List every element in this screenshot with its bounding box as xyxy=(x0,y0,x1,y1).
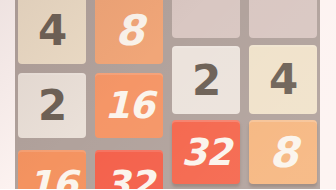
tile-value: 4 xyxy=(38,6,66,55)
board-2048[interactable]: 48216163224328 xyxy=(15,0,320,189)
tile-2: 2 xyxy=(18,73,86,138)
tile-8: 8 xyxy=(249,120,317,184)
tile-value: 2 xyxy=(192,56,220,105)
tile-value: 32 xyxy=(181,131,231,174)
tile-8: 8 xyxy=(95,0,163,64)
page-background: 48216163224328 xyxy=(0,0,336,189)
tile-2: 2 xyxy=(172,46,240,114)
tile-value: 4 xyxy=(269,55,297,104)
tile-value: 32 xyxy=(104,163,154,190)
tile-value: 8 xyxy=(269,128,297,177)
tile-value: 2 xyxy=(38,81,66,130)
tile-value: 16 xyxy=(104,84,154,127)
tile-32: 32 xyxy=(95,150,163,189)
empty-cell xyxy=(172,0,240,38)
tile-value: 8 xyxy=(115,6,143,55)
tile-16: 16 xyxy=(95,73,163,138)
tile-4: 4 xyxy=(249,45,317,114)
tile-4: 4 xyxy=(18,0,86,64)
empty-cell xyxy=(249,0,317,38)
tile-32: 32 xyxy=(172,120,240,184)
tile-value: 16 xyxy=(27,163,77,190)
tile-16: 16 xyxy=(18,150,86,189)
